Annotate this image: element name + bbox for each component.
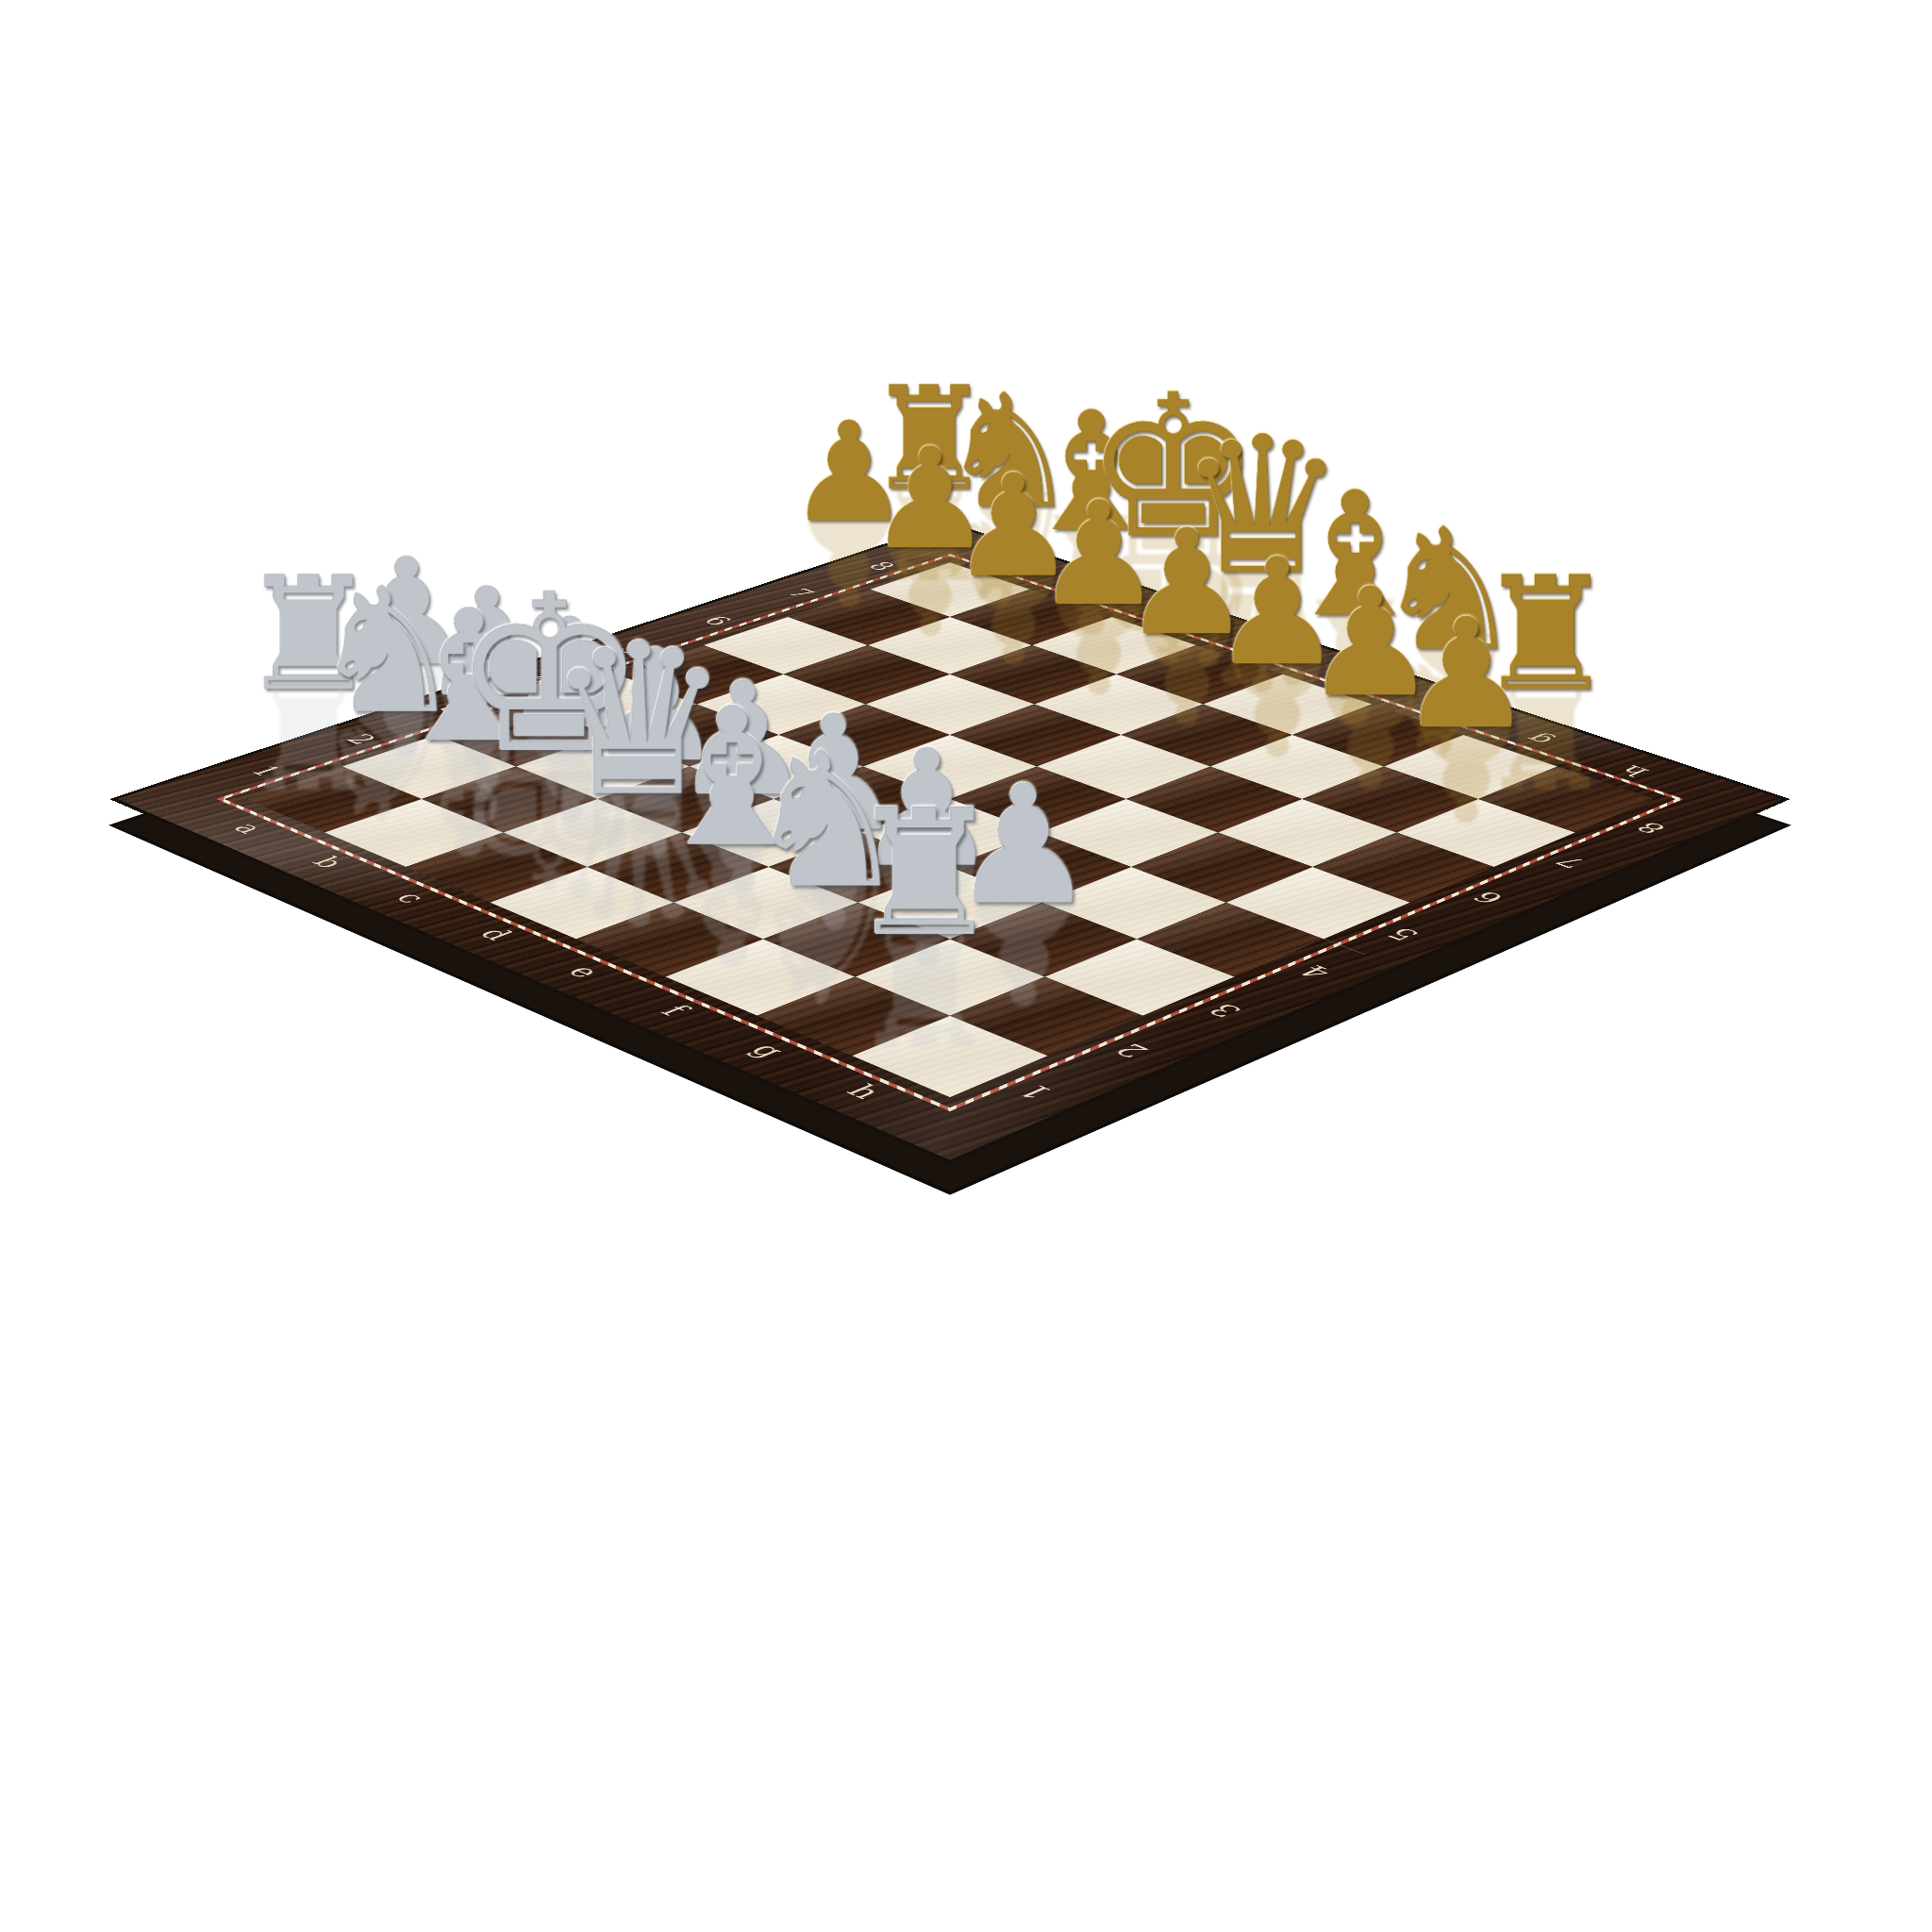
product-photo-page: aabbccddeeffgghh1122334455667788♜♜♞♞♟♟♝♝… [0,0,1932,1932]
piece-glyph: ♜♜ [786,787,1064,1067]
piece-figure: ♜ [786,787,1064,961]
piece-figure: ♟ [1340,598,1593,750]
piece-glyph: ♟♟ [1340,598,1593,841]
chess-board: aabbccddeeffgghh1122334455667788♜♜♞♞♟♟♝♝… [118,525,1783,1160]
